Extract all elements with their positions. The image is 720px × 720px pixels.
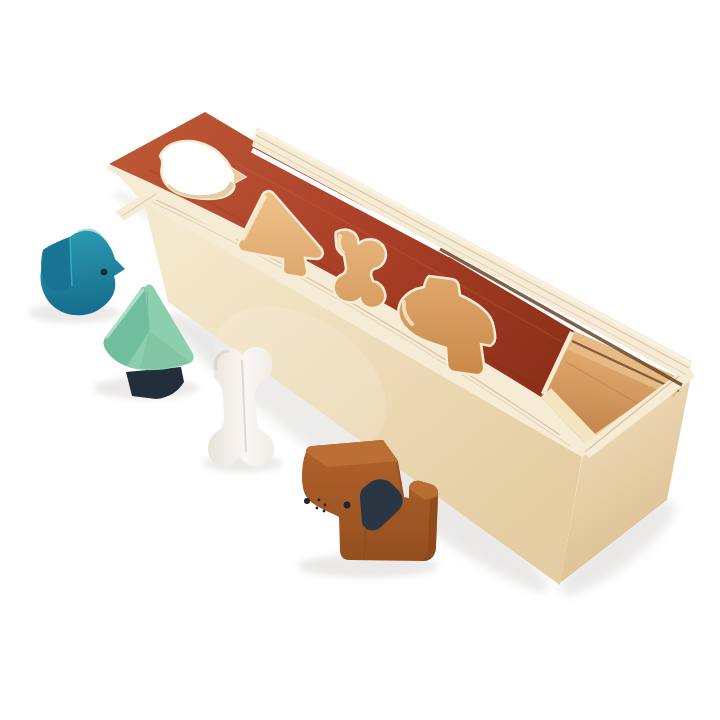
product-photo <box>0 0 720 720</box>
dog-eye <box>344 502 351 509</box>
bird-side-face <box>41 237 73 291</box>
piece-bird <box>40 230 125 315</box>
product-photo-svg <box>0 0 720 720</box>
dog-whisker-dot-4 <box>323 510 326 513</box>
dog-nose <box>304 498 310 504</box>
dog-whisker-dot-3 <box>316 507 319 510</box>
dog-whisker-dot-1 <box>318 499 321 502</box>
dog-whisker-dot-2 <box>324 504 327 507</box>
bird-eye <box>101 269 108 276</box>
